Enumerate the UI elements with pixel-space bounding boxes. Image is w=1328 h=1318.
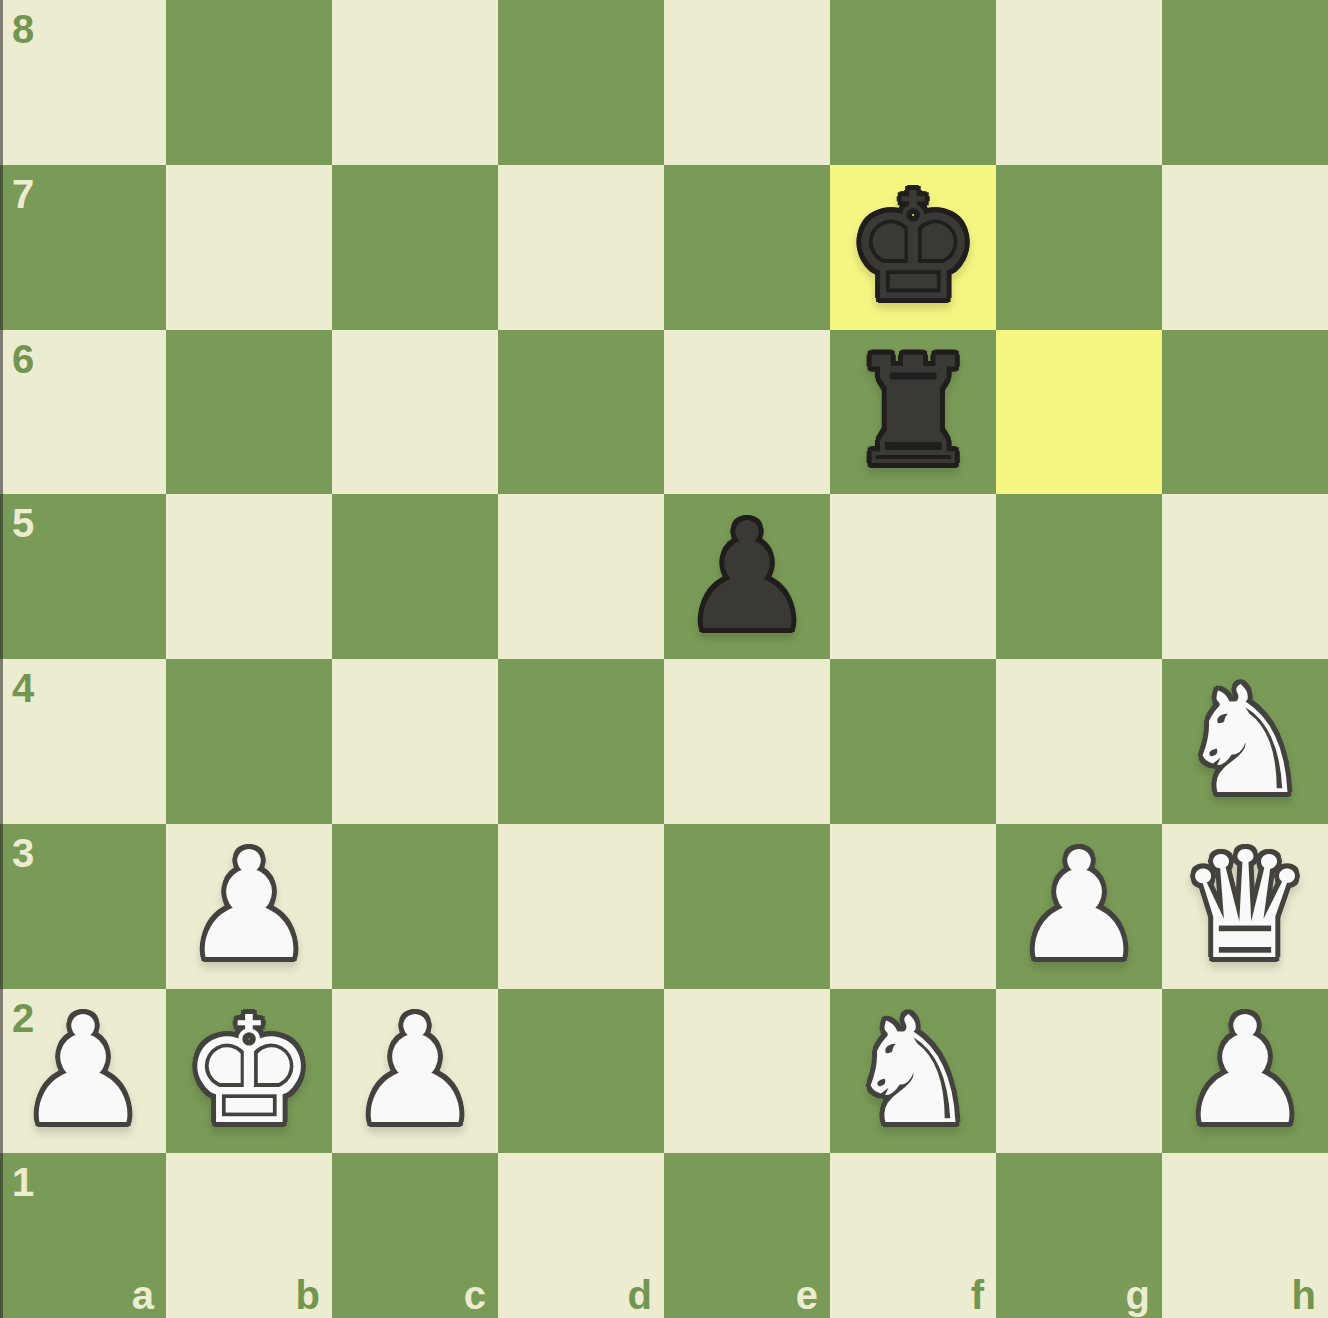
square-e2[interactable] — [664, 989, 830, 1154]
piece-black-pawn[interactable]: ♟ — [664, 494, 830, 659]
rank-label-1: 1 — [12, 1162, 34, 1202]
file-label-e: e — [796, 1275, 818, 1315]
file-label-g: g — [1126, 1275, 1150, 1315]
square-c1[interactable]: c — [332, 1153, 498, 1318]
square-e1[interactable]: e — [664, 1153, 830, 1318]
square-c3[interactable] — [332, 824, 498, 989]
square-f7[interactable]: ♚ — [830, 165, 996, 330]
rank-label-4: 4 — [12, 668, 34, 708]
square-h3[interactable]: ♛ — [1162, 824, 1328, 989]
piece-white-pawn[interactable]: ♟ — [996, 824, 1162, 989]
square-c4[interactable] — [332, 659, 498, 824]
square-b8[interactable] — [166, 0, 332, 165]
square-a5[interactable]: 5 — [0, 494, 166, 659]
rank-label-5: 5 — [12, 503, 34, 543]
square-d5[interactable] — [498, 494, 664, 659]
square-h1[interactable]: h — [1162, 1153, 1328, 1318]
square-h6[interactable] — [1162, 330, 1328, 495]
piece-white-pawn[interactable]: ♟ — [1162, 989, 1328, 1154]
piece-white-pawn[interactable]: ♟ — [332, 989, 498, 1154]
square-e4[interactable] — [664, 659, 830, 824]
square-d7[interactable] — [498, 165, 664, 330]
square-h4[interactable]: ♞ — [1162, 659, 1328, 824]
square-b6[interactable] — [166, 330, 332, 495]
chess-board: 87♚6♜5♟4♞3♟♟♛2♟♚♟♞♟1abcdefgh — [0, 0, 1328, 1318]
square-d3[interactable] — [498, 824, 664, 989]
piece-white-knight[interactable]: ♞ — [1162, 659, 1328, 824]
square-a4[interactable]: 4 — [0, 659, 166, 824]
file-label-d: d — [628, 1275, 652, 1315]
square-f5[interactable] — [830, 494, 996, 659]
square-f1[interactable]: f — [830, 1153, 996, 1318]
rank-label-8: 8 — [12, 9, 34, 49]
square-b4[interactable] — [166, 659, 332, 824]
piece-white-king[interactable]: ♚ — [166, 989, 332, 1154]
rank-label-7: 7 — [12, 174, 34, 214]
square-g4[interactable] — [996, 659, 1162, 824]
piece-white-knight[interactable]: ♞ — [830, 989, 996, 1154]
file-label-f: f — [971, 1275, 984, 1315]
file-label-h: h — [1292, 1275, 1316, 1315]
square-b5[interactable] — [166, 494, 332, 659]
square-a3[interactable]: 3 — [0, 824, 166, 989]
square-f6[interactable]: ♜ — [830, 330, 996, 495]
square-g8[interactable] — [996, 0, 1162, 165]
square-e6[interactable] — [664, 330, 830, 495]
piece-white-queen[interactable]: ♛ — [1162, 824, 1328, 989]
square-b7[interactable] — [166, 165, 332, 330]
file-label-a: a — [132, 1275, 154, 1315]
square-h5[interactable] — [1162, 494, 1328, 659]
file-label-b: b — [296, 1275, 320, 1315]
square-g6[interactable] — [996, 330, 1162, 495]
square-f4[interactable] — [830, 659, 996, 824]
square-h7[interactable] — [1162, 165, 1328, 330]
square-a2[interactable]: 2♟ — [0, 989, 166, 1154]
square-d2[interactable] — [498, 989, 664, 1154]
square-d8[interactable] — [498, 0, 664, 165]
square-g5[interactable] — [996, 494, 1162, 659]
piece-black-rook[interactable]: ♜ — [830, 330, 996, 495]
square-a6[interactable]: 6 — [0, 330, 166, 495]
square-a7[interactable]: 7 — [0, 165, 166, 330]
square-f2[interactable]: ♞ — [830, 989, 996, 1154]
square-c6[interactable] — [332, 330, 498, 495]
piece-black-king[interactable]: ♚ — [830, 165, 996, 330]
square-g1[interactable]: g — [996, 1153, 1162, 1318]
square-c8[interactable] — [332, 0, 498, 165]
square-a8[interactable]: 8 — [0, 0, 166, 165]
square-g7[interactable] — [996, 165, 1162, 330]
square-e7[interactable] — [664, 165, 830, 330]
square-h2[interactable]: ♟ — [1162, 989, 1328, 1154]
square-c5[interactable] — [332, 494, 498, 659]
file-label-c: c — [464, 1275, 486, 1315]
square-e8[interactable] — [664, 0, 830, 165]
square-e5[interactable]: ♟ — [664, 494, 830, 659]
square-b1[interactable]: b — [166, 1153, 332, 1318]
square-f8[interactable] — [830, 0, 996, 165]
square-f3[interactable] — [830, 824, 996, 989]
square-c7[interactable] — [332, 165, 498, 330]
piece-white-pawn[interactable]: ♟ — [0, 989, 166, 1154]
rank-label-6: 6 — [12, 339, 34, 379]
square-h8[interactable] — [1162, 0, 1328, 165]
square-g3[interactable]: ♟ — [996, 824, 1162, 989]
square-d4[interactable] — [498, 659, 664, 824]
rank-label-3: 3 — [12, 833, 34, 873]
piece-white-pawn[interactable]: ♟ — [166, 824, 332, 989]
square-e3[interactable] — [664, 824, 830, 989]
square-d1[interactable]: d — [498, 1153, 664, 1318]
square-d6[interactable] — [498, 330, 664, 495]
square-b3[interactable]: ♟ — [166, 824, 332, 989]
square-g2[interactable] — [996, 989, 1162, 1154]
square-b2[interactable]: ♚ — [166, 989, 332, 1154]
square-c2[interactable]: ♟ — [332, 989, 498, 1154]
square-a1[interactable]: 1a — [0, 1153, 166, 1318]
